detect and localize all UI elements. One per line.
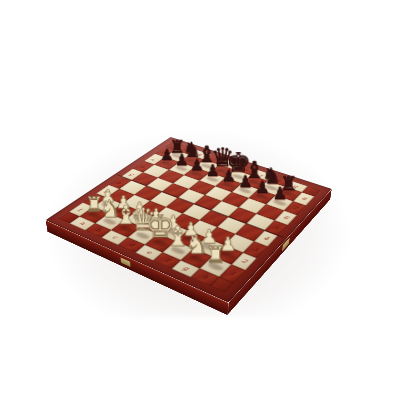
clasp-hardware-icon (120, 257, 130, 267)
product-photo-scene: abcdefgh8877665544332211abcdefgh ♜♞♝♛♚♝♞… (0, 0, 400, 400)
piece-white-rook-h1[interactable]: ♜ (204, 236, 227, 266)
